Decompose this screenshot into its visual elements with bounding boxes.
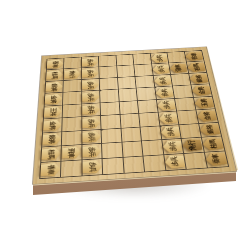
board-grid: 香車歩兵歩兵香車桂馬角行歩兵歩兵飛車桂馬銀将歩兵歩兵銀将金将歩兵歩兵金将王将歩兵… — [39, 50, 229, 179]
piece-kanji: 王将 — [45, 105, 61, 118]
piece-kanji: 歩兵 — [160, 112, 177, 126]
board-cell[interactable] — [64, 80, 82, 93]
board-cell[interactable] — [101, 102, 121, 116]
piece-kanji: 角行 — [65, 68, 79, 80]
piece-kanji: 金将 — [46, 93, 61, 106]
board-cell[interactable]: 香車 — [40, 161, 62, 178]
piece-kanji: 歩兵 — [84, 130, 100, 144]
board-cell[interactable] — [173, 85, 193, 98]
piece-kanji: 飛車 — [63, 145, 79, 160]
piece-kanji: 香車 — [186, 51, 202, 62]
board-cell[interactable] — [119, 88, 138, 101]
board-cell[interactable] — [100, 90, 119, 103]
shogi-piece[interactable]: 金将 — [45, 94, 63, 105]
board-cell[interactable] — [62, 131, 82, 146]
board-cell[interactable] — [102, 142, 123, 158]
piece-kanji: 歩兵 — [83, 67, 97, 79]
shogi-piece[interactable]: 桂馬 — [46, 70, 63, 80]
piece-kanji: 歩兵 — [163, 139, 181, 154]
piece-kanji: 香車 — [48, 58, 62, 69]
piece-kanji: 金将 — [193, 84, 210, 97]
board-cell[interactable] — [144, 155, 166, 172]
board-cell[interactable]: 桂馬 — [41, 146, 62, 162]
shogi-piece[interactable]: 歩兵 — [160, 126, 180, 138]
board-cell[interactable] — [120, 114, 140, 129]
board-cell[interactable] — [142, 140, 164, 156]
board-cell[interactable]: 歩兵 — [82, 116, 102, 131]
shogi-piece[interactable]: 桂馬 — [202, 138, 224, 151]
shogi-piece[interactable]: 飛車 — [62, 146, 81, 159]
shogi-piece[interactable]: 角行 — [64, 69, 81, 79]
board-cell[interactable]: 歩兵 — [158, 111, 179, 126]
board-cell[interactable] — [123, 156, 145, 173]
shogi-piece[interactable]: 歩兵 — [82, 80, 99, 91]
shogi-piece[interactable]: 銀将 — [45, 82, 63, 93]
board-cell[interactable] — [63, 92, 82, 106]
piece-kanji: 歩兵 — [153, 64, 169, 75]
piece-kanji: 金将 — [198, 109, 216, 123]
piece-kanji: 角行 — [183, 138, 201, 153]
piece-kanji: 歩兵 — [155, 75, 171, 87]
shogi-set-photo: 香車歩兵歩兵香車桂馬角行歩兵歩兵飛車桂馬銀将歩兵歩兵銀将金将歩兵歩兵金将王将歩兵… — [0, 0, 250, 250]
shogi-piece[interactable]: 歩兵 — [82, 68, 99, 78]
board-cell[interactable] — [141, 126, 162, 141]
piece-kanji: 桂馬 — [188, 61, 204, 73]
shogi-piece[interactable]: 歩兵 — [82, 117, 100, 129]
shogi-piece[interactable]: 歩兵 — [157, 100, 176, 111]
piece-kanji: 銀将 — [190, 73, 207, 85]
piece-kanji: 桂馬 — [47, 69, 62, 81]
board-cell[interactable]: 香車 — [204, 151, 228, 168]
shogi-piece[interactable]: 歩兵 — [158, 113, 178, 125]
board-cell[interactable] — [102, 128, 122, 143]
board-cell[interactable]: 銀将 — [199, 123, 221, 138]
shogi-piece[interactable]: 金将 — [196, 110, 217, 122]
shogi-piece[interactable]: 歩兵 — [152, 64, 170, 74]
board-cell[interactable]: 歩兵 — [82, 159, 103, 176]
shogi-piece[interactable]: 角行 — [182, 139, 203, 152]
piece-kanji: 金将 — [44, 118, 60, 132]
piece-kanji: 歩兵 — [83, 159, 101, 175]
shogi-piece[interactable]: 香車 — [40, 162, 60, 176]
piece-kanji: 桂馬 — [203, 136, 222, 151]
piece-kanji: 歩兵 — [165, 154, 184, 170]
piece-kanji: 銀将 — [44, 132, 61, 146]
piece-kanji: 歩兵 — [83, 79, 98, 91]
board-cell[interactable]: 歩兵 — [164, 154, 187, 171]
board-cell[interactable] — [121, 127, 142, 142]
shogi-board: 香車歩兵歩兵香車桂馬角行歩兵歩兵飛車桂馬銀将歩兵歩兵銀将金将歩兵歩兵金将王将歩兵… — [33, 47, 236, 184]
shogi-piece[interactable]: 金将 — [43, 119, 62, 131]
piece-kanji: 歩兵 — [83, 57, 97, 68]
shogi-piece[interactable]: 歩兵 — [82, 145, 101, 158]
piece-kanji: 歩兵 — [161, 125, 179, 139]
shogi-piece[interactable]: 香車 — [205, 152, 228, 166]
board-cell[interactable] — [138, 100, 158, 114]
shogi-piece[interactable]: 歩兵 — [82, 57, 99, 67]
piece-kanji: 歩兵 — [83, 91, 98, 104]
shogi-piece[interactable]: 飛車 — [169, 63, 187, 73]
board-cell[interactable] — [175, 98, 196, 112]
shogi-piece[interactable]: 歩兵 — [155, 87, 174, 98]
shogi-piece[interactable]: 香車 — [47, 59, 64, 69]
shogi-piece[interactable]: 香車 — [185, 52, 204, 62]
piece-kanji: 歩兵 — [158, 99, 175, 112]
piece-kanji: 歩兵 — [84, 144, 100, 159]
board-cell[interactable] — [63, 117, 83, 132]
shogi-piece[interactable]: 歩兵 — [82, 92, 100, 103]
piece-kanji: 歩兵 — [83, 103, 98, 116]
shogi-piece[interactable]: 銀将 — [199, 124, 221, 136]
board-cell[interactable]: 歩兵 — [82, 130, 102, 145]
board-cell[interactable] — [122, 141, 143, 157]
shogi-piece[interactable]: 桂馬 — [187, 62, 206, 72]
board-cell[interactable]: 飛車 — [62, 145, 83, 161]
board-cell[interactable]: 歩兵 — [82, 144, 103, 160]
board-cell[interactable] — [177, 110, 198, 124]
shogi-piece[interactable]: 歩兵 — [82, 131, 101, 144]
board-cell[interactable]: 王将 — [44, 105, 64, 119]
hoshi-dot — [154, 87, 157, 89]
shogi-piece[interactable]: 歩兵 — [164, 155, 185, 169]
shogi-piece[interactable]: 歩兵 — [162, 140, 183, 153]
shogi-piece[interactable]: 歩兵 — [153, 76, 171, 86]
board-cell[interactable]: 金将 — [43, 118, 63, 133]
piece-kanji: 飛車 — [170, 63, 186, 74]
shogi-piece[interactable]: 王将 — [44, 106, 62, 118]
piece-kanji: 歩兵 — [84, 116, 100, 130]
board-cell[interactable]: 桂馬 — [201, 136, 224, 152]
piece-kanji: 玉将 — [195, 96, 213, 109]
shogi-piece[interactable]: 銀将 — [189, 74, 209, 84]
shogi-piece[interactable]: 歩兵 — [82, 104, 100, 115]
board-cell[interactable] — [137, 87, 157, 100]
board-cell[interactable] — [136, 76, 155, 89]
shogi-piece[interactable]: 金将 — [191, 85, 211, 96]
piece-kanji: 香車 — [41, 162, 59, 178]
board-cell[interactable]: 歩兵 — [160, 125, 182, 140]
board-cell[interactable]: 歩兵 — [82, 103, 101, 117]
shogi-piece[interactable]: 歩兵 — [82, 160, 102, 174]
piece-kanji: 歩兵 — [152, 53, 167, 64]
board-cell[interactable]: 歩兵 — [157, 99, 178, 113]
board-cell[interactable]: 歩兵 — [162, 139, 184, 155]
shogi-piece[interactable]: 桂馬 — [41, 147, 61, 160]
piece-kanji: 銀将 — [200, 122, 219, 137]
board-cell[interactable] — [103, 157, 124, 174]
shogi-piece[interactable]: 銀将 — [42, 133, 61, 146]
board-cell[interactable] — [63, 104, 82, 118]
shogi-piece[interactable]: 歩兵 — [150, 53, 168, 63]
board-cell[interactable]: 銀将 — [42, 132, 63, 148]
piece-kanji: 桂馬 — [43, 146, 60, 161]
piece-kanji: 銀将 — [47, 81, 62, 93]
piece-kanji: 香車 — [206, 151, 226, 167]
piece-kanji: 歩兵 — [156, 87, 172, 99]
hoshi-dot — [159, 125, 162, 127]
board-cell[interactable] — [119, 101, 139, 115]
shogi-piece[interactable]: 玉将 — [194, 97, 215, 108]
board-cell[interactable] — [101, 115, 121, 130]
board-cell[interactable] — [139, 113, 160, 128]
board-cell[interactable] — [61, 160, 82, 177]
